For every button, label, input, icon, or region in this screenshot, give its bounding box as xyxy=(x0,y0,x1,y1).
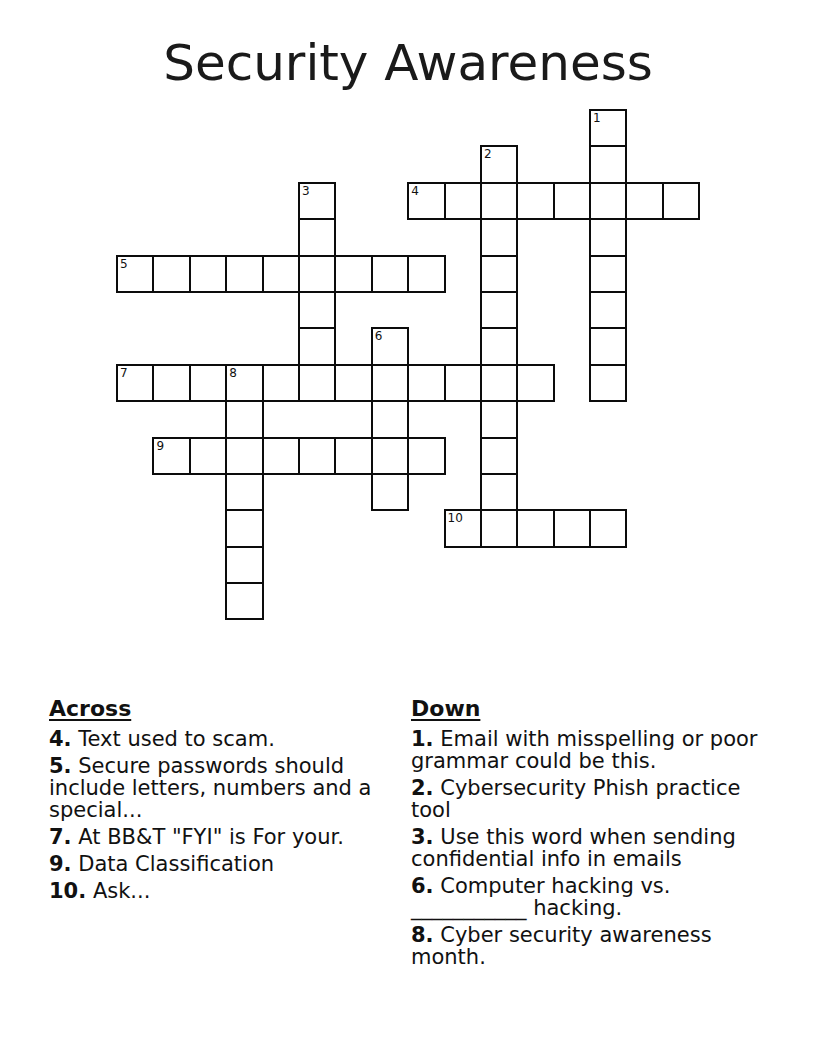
grid-cell[interactable] xyxy=(262,255,300,293)
grid-cell[interactable] xyxy=(407,255,445,293)
grid-cell[interactable] xyxy=(589,145,627,183)
across-clues-section: Across 4. Text used to scam. 5. Secure p… xyxy=(49,698,405,907)
cell-clue-number-label: 10 xyxy=(448,511,463,525)
grid-cell[interactable] xyxy=(480,473,518,511)
grid-cell[interactable] xyxy=(152,255,190,293)
cell-clue-number-label: 3 xyxy=(302,184,310,198)
clue-text: Secure passwords should include letters,… xyxy=(49,754,371,822)
grid-cell[interactable] xyxy=(334,255,372,293)
grid-cell[interactable] xyxy=(589,182,627,220)
clue-number: 8. xyxy=(411,923,434,947)
grid-cell[interactable] xyxy=(480,182,518,220)
clue-down-8: 8. Cyber security awareness month. xyxy=(411,924,767,968)
grid-cell[interactable] xyxy=(480,364,518,402)
grid-cell[interactable] xyxy=(262,437,300,475)
grid-cell[interactable] xyxy=(189,437,227,475)
clue-text: Use this word when sending confidential … xyxy=(411,825,736,871)
grid-cell[interactable] xyxy=(480,400,518,438)
cell-clue-number-label: 4 xyxy=(411,184,419,198)
grid-cell[interactable] xyxy=(371,255,409,293)
grid-cell[interactable] xyxy=(553,509,591,547)
grid-cell[interactable] xyxy=(444,364,482,402)
down-clues-section: Down 1. Email with misspelling or poor g… xyxy=(411,698,767,973)
cell-clue-number-label: 7 xyxy=(120,366,128,380)
grid-cell[interactable] xyxy=(480,291,518,329)
clue-text: Data Classification xyxy=(78,852,274,876)
grid-cell[interactable] xyxy=(152,364,190,402)
clue-down-3: 3. Use this word when sending confidenti… xyxy=(411,826,767,870)
grid-cell[interactable] xyxy=(589,291,627,329)
grid-cell[interactable] xyxy=(662,182,700,220)
grid-cell[interactable] xyxy=(225,546,263,584)
grid-cell[interactable] xyxy=(262,364,300,402)
grid-cell[interactable]: 10 xyxy=(444,509,482,547)
grid-cell[interactable] xyxy=(225,400,263,438)
grid-cell[interactable] xyxy=(334,364,372,402)
grid-cell[interactable] xyxy=(225,473,263,511)
grid-cell[interactable] xyxy=(298,364,336,402)
clue-number: 3. xyxy=(411,825,434,849)
grid-cell[interactable]: 4 xyxy=(407,182,445,220)
clue-text: Ask... xyxy=(93,879,151,903)
clue-number: 2. xyxy=(411,776,434,800)
grid-cell[interactable] xyxy=(516,509,554,547)
clue-number: 9. xyxy=(49,852,72,876)
cell-clue-number-label: 8 xyxy=(229,366,237,380)
clue-number: 4. xyxy=(49,727,72,751)
grid-cell[interactable] xyxy=(589,364,627,402)
clue-text: Email with misspelling or poor grammar c… xyxy=(411,727,758,773)
grid-cell[interactable] xyxy=(371,473,409,511)
grid-cell[interactable] xyxy=(589,255,627,293)
grid-cell[interactable] xyxy=(480,218,518,256)
clue-text: Cyber security awareness month. xyxy=(411,923,712,969)
clue-text: Computer hacking vs. ___________ hacking… xyxy=(411,874,670,920)
grid-cell[interactable] xyxy=(480,255,518,293)
grid-cell[interactable] xyxy=(298,291,336,329)
grid-cell[interactable] xyxy=(589,218,627,256)
grid-cell[interactable] xyxy=(189,255,227,293)
grid-cell[interactable] xyxy=(553,182,591,220)
clue-number: 6. xyxy=(411,874,434,898)
grid-cell[interactable]: 7 xyxy=(116,364,154,402)
crossword-worksheet: { "title": "Security Awareness", "game":… xyxy=(0,0,816,1056)
grid-cell[interactable]: 3 xyxy=(298,182,336,220)
clue-number: 1. xyxy=(411,727,434,751)
clue-across-9: 9. Data Classification xyxy=(49,853,405,875)
cell-clue-number-label: 2 xyxy=(484,147,492,161)
grid-cell[interactable] xyxy=(371,437,409,475)
crossword-grid: 12345678910 xyxy=(117,110,699,619)
grid-cell[interactable]: 1 xyxy=(589,109,627,147)
cell-clue-number-label: 1 xyxy=(593,111,601,125)
grid-cell[interactable] xyxy=(516,364,554,402)
grid-cell[interactable] xyxy=(298,327,336,365)
clue-text: Cybersecurity Phish practice tool xyxy=(411,776,740,822)
cell-clue-number-label: 5 xyxy=(120,257,128,271)
grid-cell[interactable]: 6 xyxy=(371,327,409,365)
clue-down-1: 1. Email with misspelling or poor gramma… xyxy=(411,728,767,772)
grid-cell[interactable] xyxy=(516,182,554,220)
grid-cell[interactable]: 5 xyxy=(116,255,154,293)
grid-cell[interactable] xyxy=(444,182,482,220)
clue-number: 10. xyxy=(49,879,86,903)
grid-cell[interactable] xyxy=(298,218,336,256)
grid-cell[interactable] xyxy=(480,509,518,547)
cell-clue-number-label: 9 xyxy=(156,439,164,453)
grid-cell[interactable] xyxy=(480,327,518,365)
grid-cell[interactable] xyxy=(225,509,263,547)
clue-across-4: 4. Text used to scam. xyxy=(49,728,405,750)
cell-clue-number-label: 6 xyxy=(375,329,383,343)
across-heading: Across xyxy=(49,698,405,720)
clue-down-2: 2. Cybersecurity Phish practice tool xyxy=(411,777,767,821)
down-heading: Down xyxy=(411,698,767,720)
grid-cell[interactable] xyxy=(371,400,409,438)
grid-cell[interactable]: 2 xyxy=(480,145,518,183)
grid-cell[interactable] xyxy=(298,255,336,293)
grid-cell[interactable] xyxy=(407,437,445,475)
grid-cell[interactable] xyxy=(480,437,518,475)
grid-cell[interactable] xyxy=(225,582,263,620)
grid-cell[interactable]: 8 xyxy=(225,364,263,402)
grid-cell[interactable] xyxy=(589,327,627,365)
grid-cell[interactable] xyxy=(371,364,409,402)
grid-cell[interactable] xyxy=(625,182,663,220)
clue-down-6: 6. Computer hacking vs. ___________ hack… xyxy=(411,875,767,919)
clue-number: 5. xyxy=(49,754,72,778)
grid-cell[interactable] xyxy=(189,364,227,402)
grid-cell[interactable] xyxy=(298,437,336,475)
grid-cell[interactable] xyxy=(589,509,627,547)
page-title: Security Awareness xyxy=(0,34,816,92)
clue-text: At BB&T "FYI" is For your. xyxy=(78,825,344,849)
grid-cell[interactable] xyxy=(334,437,372,475)
clue-across-7: 7. At BB&T "FYI" is For your. xyxy=(49,826,405,848)
grid-cell[interactable] xyxy=(225,437,263,475)
clue-number: 7. xyxy=(49,825,72,849)
clue-across-5: 5. Secure passwords should include lette… xyxy=(49,755,405,821)
clue-text: Text used to scam. xyxy=(78,727,275,751)
grid-cell[interactable] xyxy=(407,364,445,402)
grid-cell[interactable]: 9 xyxy=(152,437,190,475)
clue-across-10: 10. Ask... xyxy=(49,880,405,902)
grid-cell[interactable] xyxy=(225,255,263,293)
